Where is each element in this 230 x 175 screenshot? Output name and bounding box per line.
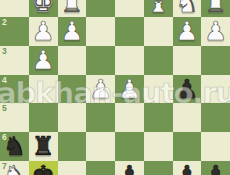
- square-g4[interactable]: [29, 75, 58, 104]
- square-h1[interactable]: 1: [0, 0, 29, 17]
- square-h4[interactable]: 4: [0, 75, 29, 104]
- square-c7[interactable]: [144, 161, 173, 175]
- square-d4[interactable]: ♟: [115, 75, 144, 104]
- square-e5[interactable]: [86, 103, 115, 132]
- white-pawn[interactable]: ♟: [173, 17, 202, 46]
- black-rook[interactable]: ♜: [29, 132, 58, 161]
- square-c5[interactable]: [144, 103, 173, 132]
- square-b5[interactable]: [173, 103, 202, 132]
- square-c6[interactable]: [144, 132, 173, 161]
- square-d1[interactable]: [115, 0, 144, 17]
- white-pawn[interactable]: ♟: [29, 17, 58, 46]
- black-king[interactable]: ♚: [29, 161, 58, 175]
- white-bishop[interactable]: ♝: [144, 0, 173, 17]
- black-pawn[interactable]: ♟: [201, 161, 230, 175]
- square-e6[interactable]: [86, 132, 115, 161]
- square-c1[interactable]: ♝: [144, 0, 173, 17]
- black-pawn[interactable]: ♟: [173, 75, 202, 104]
- square-f2[interactable]: ♟: [58, 17, 87, 46]
- square-b4[interactable]: ♟: [173, 75, 202, 104]
- white-knight[interactable]: ♞: [173, 0, 202, 17]
- square-h5[interactable]: 5: [0, 103, 29, 132]
- square-a3[interactable]: [201, 46, 230, 75]
- square-c4[interactable]: [144, 75, 173, 104]
- rank-label-3: 3: [2, 47, 7, 56]
- square-a1[interactable]: ♜: [201, 0, 230, 17]
- square-e7[interactable]: [86, 161, 115, 175]
- square-e4[interactable]: ♟: [86, 75, 115, 104]
- white-pawn[interactable]: ♟: [115, 75, 144, 104]
- square-d2[interactable]: [115, 17, 144, 46]
- white-pawn[interactable]: ♟: [29, 46, 58, 75]
- square-b6[interactable]: [173, 132, 202, 161]
- square-h3[interactable]: 3: [0, 46, 29, 75]
- square-a6[interactable]: [201, 132, 230, 161]
- square-e2[interactable]: [86, 17, 115, 46]
- square-f4[interactable]: [58, 75, 87, 104]
- square-c3[interactable]: [144, 46, 173, 75]
- square-d3[interactable]: [115, 46, 144, 75]
- black-pawn[interactable]: ♟: [173, 161, 202, 175]
- square-g3[interactable]: ♟: [29, 46, 58, 75]
- rank-label-4: 4: [2, 76, 7, 85]
- board-viewport: 1♚♜♝♞♜2♟♟♟♟3♟4♟♟♟56♞♜7♞♚♟♟♟ abkhan-auto.…: [0, 0, 230, 175]
- square-d7[interactable]: ♟: [115, 161, 144, 175]
- white-king[interactable]: ♚: [29, 0, 58, 17]
- white-rook[interactable]: ♜: [58, 0, 87, 17]
- rank-label-2: 2: [2, 18, 7, 27]
- square-d5[interactable]: [115, 103, 144, 132]
- white-pawn[interactable]: ♟: [58, 17, 87, 46]
- square-c2[interactable]: [144, 17, 173, 46]
- square-h7[interactable]: 7♞: [0, 161, 29, 175]
- square-g6[interactable]: ♜: [29, 132, 58, 161]
- square-a5[interactable]: [201, 103, 230, 132]
- black-knight[interactable]: ♞: [0, 132, 29, 161]
- square-g7[interactable]: ♚: [29, 161, 58, 175]
- square-g1[interactable]: ♚: [29, 0, 58, 17]
- square-h2[interactable]: 2: [0, 17, 29, 46]
- white-knight[interactable]: ♞: [0, 161, 29, 175]
- square-a2[interactable]: ♟: [201, 17, 230, 46]
- square-f5[interactable]: [58, 103, 87, 132]
- white-pawn[interactable]: ♟: [201, 17, 230, 46]
- square-g5[interactable]: [29, 103, 58, 132]
- white-pawn[interactable]: ♟: [86, 75, 115, 104]
- square-f1[interactable]: ♜: [58, 0, 87, 17]
- rank-label-5: 5: [2, 104, 7, 113]
- white-rook[interactable]: ♜: [201, 0, 230, 17]
- square-f6[interactable]: [58, 132, 87, 161]
- square-f3[interactable]: [58, 46, 87, 75]
- square-b3[interactable]: [173, 46, 202, 75]
- square-b7[interactable]: ♟: [173, 161, 202, 175]
- square-h6[interactable]: 6♞: [0, 132, 29, 161]
- square-a4[interactable]: [201, 75, 230, 104]
- square-b1[interactable]: ♞: [173, 0, 202, 17]
- square-g2[interactable]: ♟: [29, 17, 58, 46]
- black-pawn[interactable]: ♟: [115, 161, 144, 175]
- square-f7[interactable]: [58, 161, 87, 175]
- square-e3[interactable]: [86, 46, 115, 75]
- chess-board[interactable]: 1♚♜♝♞♜2♟♟♟♟3♟4♟♟♟56♞♜7♞♚♟♟♟: [0, 0, 230, 175]
- square-d6[interactable]: [115, 132, 144, 161]
- square-b2[interactable]: ♟: [173, 17, 202, 46]
- square-a7[interactable]: ♟: [201, 161, 230, 175]
- square-e1[interactable]: [86, 0, 115, 17]
